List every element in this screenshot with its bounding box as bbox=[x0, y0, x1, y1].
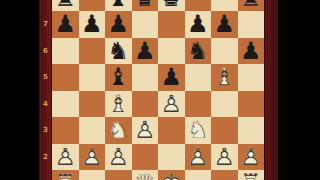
square-g5[interactable]: ♝♗ bbox=[211, 64, 238, 91]
square-c5[interactable]: ♝ bbox=[105, 64, 132, 91]
piece-white-pawn[interactable]: ♟♙ bbox=[79, 144, 106, 171]
square-g2[interactable]: ♟♙ bbox=[211, 144, 238, 171]
piece-black-pawn[interactable]: ♟ bbox=[211, 11, 238, 38]
square-a1[interactable]: ♜♖ bbox=[52, 170, 79, 180]
square-f3[interactable]: ♞♘ bbox=[185, 117, 212, 144]
square-b1[interactable] bbox=[79, 170, 106, 180]
square-g7[interactable]: ♟ bbox=[211, 11, 238, 38]
piece-black-knight[interactable]: ♞ bbox=[185, 38, 212, 65]
square-h1[interactable]: ♜♖ bbox=[238, 170, 265, 180]
square-h7[interactable] bbox=[238, 11, 265, 38]
square-e5[interactable]: ♟ bbox=[158, 64, 185, 91]
piece-black-rook[interactable]: ♜ bbox=[238, 0, 265, 11]
square-h8[interactable]: ♜ bbox=[238, 0, 265, 11]
piece-white-pawn[interactable]: ♟♙ bbox=[185, 144, 212, 171]
square-f5[interactable] bbox=[185, 64, 212, 91]
rank-label-6: 6 bbox=[39, 38, 52, 65]
square-g6[interactable] bbox=[211, 38, 238, 65]
square-d6[interactable]: ♟ bbox=[132, 38, 159, 65]
square-d4[interactable] bbox=[132, 91, 159, 118]
square-b3[interactable] bbox=[79, 117, 106, 144]
square-h4[interactable] bbox=[238, 91, 265, 118]
rank-label-3: 3 bbox=[39, 117, 52, 144]
rank-label-8: 8 bbox=[39, 0, 52, 11]
chess-diagram: ♜♝♛♚♜♟♟♟♟♟♞♟♞♟♝♟♝♗♝♗♟♙♞♘♟♙♞♘♟♙♟♙♟♙♟♙♟♙♟♙… bbox=[0, 0, 320, 180]
piece-white-rook[interactable]: ♜♖ bbox=[238, 170, 265, 180]
square-g3[interactable] bbox=[211, 117, 238, 144]
square-h3[interactable] bbox=[238, 117, 265, 144]
square-f2[interactable]: ♟♙ bbox=[185, 144, 212, 171]
rank-label-2: 2 bbox=[39, 144, 52, 171]
piece-black-pawn[interactable]: ♟ bbox=[238, 38, 265, 65]
piece-white-pawn[interactable]: ♟♙ bbox=[238, 144, 265, 171]
square-a6[interactable] bbox=[52, 38, 79, 65]
square-e4[interactable]: ♟♙ bbox=[158, 91, 185, 118]
piece-black-pawn[interactable]: ♟ bbox=[105, 11, 132, 38]
square-f1[interactable] bbox=[185, 170, 212, 180]
square-b4[interactable] bbox=[79, 91, 106, 118]
piece-black-pawn[interactable]: ♟ bbox=[185, 11, 212, 38]
square-d3[interactable]: ♟♙ bbox=[132, 117, 159, 144]
piece-white-pawn[interactable]: ♟♙ bbox=[211, 144, 238, 171]
square-h6[interactable]: ♟ bbox=[238, 38, 265, 65]
piece-white-rook[interactable]: ♜♖ bbox=[52, 170, 79, 180]
square-e8[interactable]: ♚ bbox=[158, 0, 185, 11]
square-b5[interactable] bbox=[79, 64, 106, 91]
square-e1[interactable]: ♚♔ bbox=[158, 170, 185, 180]
square-d5[interactable] bbox=[132, 64, 159, 91]
square-g1[interactable] bbox=[211, 170, 238, 180]
piece-black-pawn[interactable]: ♟ bbox=[132, 38, 159, 65]
square-d7[interactable] bbox=[132, 11, 159, 38]
square-f7[interactable]: ♟ bbox=[185, 11, 212, 38]
square-h2[interactable]: ♟♙ bbox=[238, 144, 265, 171]
piece-black-pawn[interactable]: ♟ bbox=[158, 64, 185, 91]
piece-white-bishop[interactable]: ♝♗ bbox=[211, 64, 238, 91]
square-b6[interactable] bbox=[79, 38, 106, 65]
square-c7[interactable]: ♟ bbox=[105, 11, 132, 38]
rank-label-1: 1 bbox=[39, 170, 52, 180]
piece-white-queen[interactable]: ♛♕ bbox=[132, 170, 159, 180]
piece-black-bishop[interactable]: ♝ bbox=[105, 64, 132, 91]
square-e3[interactable] bbox=[158, 117, 185, 144]
square-d1[interactable]: ♛♕ bbox=[132, 170, 159, 180]
rank-label-4: 4 bbox=[39, 91, 52, 118]
square-g4[interactable] bbox=[211, 91, 238, 118]
square-c2[interactable]: ♟♙ bbox=[105, 144, 132, 171]
square-a4[interactable] bbox=[52, 91, 79, 118]
square-a5[interactable] bbox=[52, 64, 79, 91]
piece-white-knight[interactable]: ♞♘ bbox=[185, 117, 212, 144]
piece-white-king[interactable]: ♚♔ bbox=[158, 170, 185, 180]
piece-black-king[interactable]: ♚ bbox=[158, 0, 185, 11]
square-c6[interactable]: ♞ bbox=[105, 38, 132, 65]
square-f4[interactable] bbox=[185, 91, 212, 118]
square-f6[interactable]: ♞ bbox=[185, 38, 212, 65]
square-b7[interactable]: ♟ bbox=[79, 11, 106, 38]
rank-label-5: 5 bbox=[39, 64, 52, 91]
square-c1[interactable] bbox=[105, 170, 132, 180]
piece-black-knight[interactable]: ♞ bbox=[105, 38, 132, 65]
piece-black-queen[interactable]: ♛ bbox=[132, 0, 159, 11]
rank-label-7: 7 bbox=[39, 11, 52, 38]
chess-board: ♜♝♛♚♜♟♟♟♟♟♞♟♞♟♝♟♝♗♝♗♟♙♞♘♟♙♞♘♟♙♟♙♟♙♟♙♟♙♟♙… bbox=[52, 0, 264, 180]
piece-black-pawn[interactable]: ♟ bbox=[52, 11, 79, 38]
piece-white-pawn[interactable]: ♟♙ bbox=[105, 144, 132, 171]
square-a3[interactable] bbox=[52, 117, 79, 144]
piece-white-pawn[interactable]: ♟♙ bbox=[158, 91, 185, 118]
square-c4[interactable]: ♝♗ bbox=[105, 91, 132, 118]
piece-black-pawn[interactable]: ♟ bbox=[79, 11, 106, 38]
square-a2[interactable]: ♟♙ bbox=[52, 144, 79, 171]
piece-white-knight[interactable]: ♞♘ bbox=[105, 117, 132, 144]
piece-white-pawn[interactable]: ♟♙ bbox=[52, 144, 79, 171]
square-d2[interactable] bbox=[132, 144, 159, 171]
piece-white-pawn[interactable]: ♟♙ bbox=[132, 117, 159, 144]
square-a7[interactable]: ♟ bbox=[52, 11, 79, 38]
square-e6[interactable] bbox=[158, 38, 185, 65]
square-e7[interactable] bbox=[158, 11, 185, 38]
square-h5[interactable] bbox=[238, 64, 265, 91]
square-d8[interactable]: ♛ bbox=[132, 0, 159, 11]
piece-white-bishop[interactable]: ♝♗ bbox=[105, 91, 132, 118]
square-b2[interactable]: ♟♙ bbox=[79, 144, 106, 171]
square-c3[interactable]: ♞♘ bbox=[105, 117, 132, 144]
square-e2[interactable] bbox=[158, 144, 185, 171]
